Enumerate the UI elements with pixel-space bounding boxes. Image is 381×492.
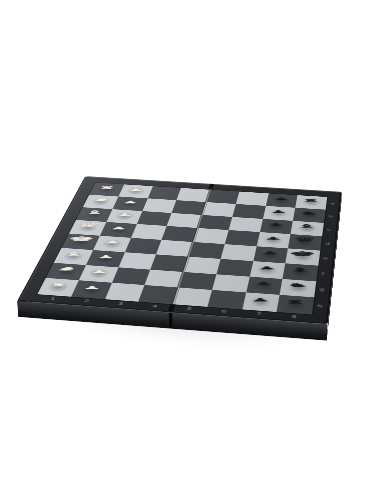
board-square-h3 [104, 283, 144, 302]
case-front-hinge-gap [168, 312, 171, 328]
file-label: e [323, 257, 328, 261]
board-square-f8 [282, 263, 318, 281]
board-square-g2 [78, 265, 118, 283]
rank-label: 2 [83, 299, 89, 303]
chess-board-case: 12345678abcdefgh ♜♟♞♟♝♟♛♟♚♟♝♟♟♞♜♟♟♜♞♟♟♝♟… [17, 176, 342, 324]
board-square-f6 [216, 259, 253, 277]
board-square-h2 [70, 280, 111, 299]
board-square-f2 [85, 250, 124, 267]
board-square-h7 [241, 293, 279, 312]
rank-label: 7 [255, 312, 261, 316]
board-square-f3 [118, 252, 156, 269]
board-square-g7 [245, 276, 282, 295]
file-label: g [319, 288, 324, 292]
board-square-g8 [279, 279, 316, 298]
file-label: a [330, 202, 334, 205]
file-label: f [321, 272, 324, 276]
file-label: b [328, 215, 333, 218]
board-square-d6 [224, 230, 259, 246]
hinge-notch-far [207, 184, 213, 189]
board-square-g6 [211, 274, 249, 292]
board-square-h1 [37, 278, 78, 297]
rank-label: 5 [185, 307, 191, 311]
rank-label: 4 [151, 304, 157, 308]
board-square-e7 [252, 246, 287, 263]
rank-label: 1 [49, 297, 56, 301]
product-photo: 12345678abcdefgh ♜♟♞♟♝♟♛♟♚♟♝♟♟♞♜♟♟♜♞♟♟♝♟… [0, 0, 381, 492]
board-square-e6 [220, 244, 256, 261]
rank-label: 3 [117, 302, 123, 306]
photo-scene: 12345678abcdefgh ♜♟♞♟♝♟♛♟♚♟♝♟♟♞♜♟♟♜♞♟♟♝♟… [0, 0, 381, 492]
board-square-f1 [53, 248, 92, 265]
hinge-notch-near [167, 304, 175, 311]
board-square-g1 [45, 263, 85, 281]
file-label: d [325, 242, 330, 245]
board-square-e3 [124, 238, 161, 255]
board-square-h6 [207, 290, 246, 309]
rank-label: 8 [291, 315, 297, 319]
board-square-h8 [276, 295, 313, 315]
file-label: h [317, 305, 322, 309]
file-label: c [326, 228, 330, 231]
rank-label: 6 [220, 310, 226, 314]
board-square-f7 [249, 261, 285, 279]
board-square-g3 [111, 267, 150, 285]
board-square-e8 [285, 248, 320, 265]
